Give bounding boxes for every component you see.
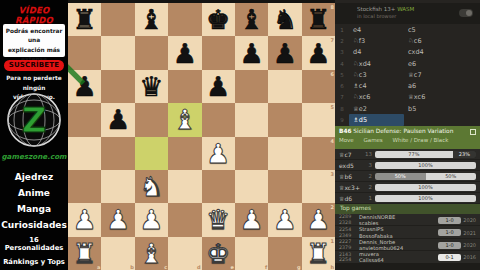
menu-item-anime: Anime <box>0 188 68 198</box>
move-number: 5 <box>335 72 349 78</box>
video-frame: VÍDEO RÁPIDO Podrás encontrar una explic… <box>0 0 480 270</box>
piece-bN-g8[interactable]: ♞ <box>268 3 301 36</box>
square-e8[interactable]: ♚ <box>202 3 235 36</box>
file-label-b: b <box>130 264 134 270</box>
menu-item-curiosidades: Curiosidades <box>0 220 68 230</box>
subscribe-button[interactable]: SUSCRÍBETE <box>4 60 64 71</box>
video-title: VÍDEO RÁPIDO <box>0 5 68 25</box>
explorer-games-count: 13 <box>362 151 375 157</box>
game-players: Dennis_Norbeanvietombu0624 <box>359 239 438 251</box>
piece-bP-b5[interactable]: ♟ <box>101 103 134 136</box>
result-bar: 100% <box>375 195 476 202</box>
col-move: Move <box>339 137 354 143</box>
explorer-games-count: 2 <box>362 184 375 190</box>
square-e2[interactable]: ♛ <box>202 203 235 236</box>
move-white[interactable]: ♕e2 <box>349 105 404 113</box>
game-players: StrasniPSBossoFabaka <box>359 226 438 238</box>
result-segment-white: 50% <box>426 173 477 180</box>
move-number: 7 <box>335 94 349 100</box>
move-row-8: 8♕e2b5 <box>335 103 480 114</box>
move-row-9: 9♗d5 <box>335 114 480 125</box>
chess-board[interactable]: ♜♝♚♝♞8♜♟♟♟7♟♟♛♟6♟♝5♟4♞3♟♟♟♛♟♟2♟a♜bc♝de♚f… <box>68 3 335 270</box>
explorer-row-♕b6[interactable]: ♕b6250%50% <box>335 171 480 182</box>
square-g8[interactable]: ♞ <box>268 3 301 36</box>
file-label-h: h <box>330 264 334 270</box>
result-bar: 100% <box>375 162 476 169</box>
move-black[interactable]: ♕c7 <box>404 71 480 79</box>
result-bar: 77%23% <box>375 151 476 158</box>
move-white[interactable]: ♘xd4 <box>349 60 404 68</box>
rank-label-3: 3 <box>331 171 334 177</box>
rank-label-2: 2 <box>331 204 334 210</box>
square-a3[interactable] <box>68 170 101 203</box>
move-number: 8 <box>335 106 349 112</box>
piece-wP-c2[interactable]: ♟ <box>135 203 168 236</box>
file-label-a: a <box>97 264 100 270</box>
move-row-2: 2♘f3♘c6 <box>335 35 480 46</box>
game-ratings: 22272379 <box>335 239 359 251</box>
game-year: 2020 <box>461 242 480 248</box>
menu-item-ajedrez: Ajedrez <box>0 172 68 182</box>
move-row-6: 6♗c4a6 <box>335 80 480 91</box>
col-wdb: White / Draw / Black <box>393 137 449 143</box>
square-c4[interactable] <box>135 137 168 170</box>
explorer-games-count: 1 <box>362 195 375 201</box>
square-d7[interactable]: ♟ <box>168 36 201 69</box>
square-h8[interactable]: 8♜ <box>302 3 335 36</box>
move-row-4: 4♘xd4e6 <box>335 58 480 69</box>
channel-note-line: Podrás encontrar una <box>3 27 65 46</box>
square-c6[interactable]: ♛ <box>135 70 168 103</box>
logo-letter-z: Z <box>22 100 47 140</box>
piece-bP-a6[interactable]: ♟ <box>68 70 101 103</box>
rank-label-1: 1 <box>331 238 334 244</box>
panel-bottom-strip <box>335 263 480 270</box>
square-a4[interactable] <box>68 137 101 170</box>
piece-bP-e6[interactable]: ♟ <box>202 70 235 103</box>
piece-bQ-c6[interactable]: ♛ <box>135 70 168 103</box>
square-c5[interactable] <box>135 103 168 136</box>
square-e1[interactable]: e♚ <box>202 237 235 270</box>
game-ratings: 21432254 <box>335 252 359 264</box>
square-g2[interactable]: ♟ <box>268 203 301 236</box>
channel-note: Podrás encontrar una explicación más ext… <box>3 24 65 57</box>
result-segment-white: 100% <box>375 195 476 202</box>
col-games: Games <box>364 137 383 143</box>
explorer-row-♕c7[interactable]: ♕c71377%23% <box>335 149 480 160</box>
move-row-3: 3d4cxd4 <box>335 47 480 58</box>
move-number: 3 <box>335 49 349 55</box>
engine-toggle[interactable] <box>459 9 473 17</box>
move-row-5: 5♘c3♕c7 <box>335 69 480 80</box>
file-label-f: f <box>265 264 267 270</box>
opening-bar: B46 Sicilian Defense: Paulsen Variation … <box>335 126 480 149</box>
explorer-row-♕d6[interactable]: ♕d61100% <box>335 193 480 204</box>
square-d5[interactable]: ♝ <box>168 103 201 136</box>
piece-wP-a2[interactable]: ♟ <box>68 203 101 236</box>
rank-label-6: 6 <box>331 71 334 77</box>
result-bar: 50%50% <box>375 173 476 180</box>
move-number: 4 <box>335 61 349 67</box>
file-label-g: g <box>297 264 301 270</box>
explorer-move: ♕xc3+ <box>335 184 362 191</box>
piece-bK-e8[interactable]: ♚ <box>202 3 235 36</box>
square-f3[interactable] <box>235 170 268 203</box>
move-white[interactable]: ♗c4 <box>349 82 404 90</box>
piece-bR-a8[interactable]: ♜ <box>68 3 101 36</box>
file-label-c: c <box>164 264 167 270</box>
move-white[interactable]: e4 <box>349 26 404 34</box>
square-g6[interactable] <box>268 70 301 103</box>
square-g5[interactable] <box>268 103 301 136</box>
rank-label-5: 5 <box>331 104 334 110</box>
game-year: 2016 <box>461 254 480 260</box>
game-result-badge: 0-1 <box>438 254 461 261</box>
explorer-games-count: 2 <box>362 173 375 179</box>
square-b1[interactable]: b <box>101 237 134 270</box>
piece-wP-g2[interactable]: ♟ <box>268 203 301 236</box>
move-row-1: 1e4c5 <box>335 24 480 35</box>
square-f1[interactable]: f <box>235 237 268 270</box>
menu-item: Ránkings y Tops <box>0 258 68 266</box>
square-a6[interactable]: ♟ <box>68 70 101 103</box>
analysis-panel: Stockfish 13+ WASM in local browser 1e4c… <box>335 0 480 270</box>
opening-title: Sicilian Defense: Paulsen Variation <box>353 128 453 134</box>
move-white[interactable]: ♗d5 <box>349 114 404 125</box>
move-black[interactable]: ♕xc6 <box>404 93 480 101</box>
top-game-row[interactable]: 21432254muveraCalissa640-12016 <box>335 251 480 263</box>
subscribe-subtext-line: Para no perderte ningún <box>0 74 68 93</box>
channel-topics-menu: AjedrezAnimeMangaCuriosidades16 Personal… <box>0 166 68 266</box>
square-f2[interactable]: ♟ <box>235 203 268 236</box>
rank-label-4: 4 <box>331 138 334 144</box>
explorer-columns: Move Games White / Draw / Black <box>339 137 476 143</box>
rank-label-7: 7 <box>331 37 334 43</box>
square-b4[interactable] <box>101 137 134 170</box>
square-d2[interactable] <box>168 203 201 236</box>
opening-name: B46 Sicilian Defense: Paulsen Variation <box>339 128 476 134</box>
explorer-games-count: 3 <box>362 162 375 168</box>
explorer-move: ♕b6 <box>335 173 362 180</box>
square-b5[interactable]: ♟ <box>101 103 134 136</box>
file-label-d: d <box>197 264 201 270</box>
engine-name-text: Stockfish 13+ <box>357 6 397 12</box>
move-white[interactable]: ♘f3 <box>349 37 404 45</box>
square-b6[interactable] <box>101 70 134 103</box>
square-e6[interactable]: ♟ <box>202 70 235 103</box>
channel-logo-globe: Z <box>6 92 62 148</box>
channel-url: gameszone.com <box>0 152 68 161</box>
game-result-badge: 1-0 <box>438 217 461 224</box>
square-c3[interactable]: ♞ <box>135 170 168 203</box>
move-row-7: 7♘xc6♕xc6 <box>335 92 480 103</box>
menu-item-manga: Manga <box>0 204 68 214</box>
square-b3[interactable] <box>101 170 134 203</box>
top-games-header: Top games <box>335 204 480 214</box>
explorer-move: ♕c7 <box>335 151 362 158</box>
square-f8[interactable]: ♝ <box>235 3 268 36</box>
move-number: 2 <box>335 38 349 44</box>
game-players: DennisNORBEscabies <box>359 214 438 226</box>
piece-wP-b2[interactable]: ♟ <box>101 203 134 236</box>
move-black[interactable]: e6 <box>404 60 480 68</box>
explorer-settings-icon[interactable] <box>470 129 476 135</box>
engine-name-wasm: WASM <box>397 6 414 12</box>
move-number: 1 <box>335 27 349 33</box>
result-segment-white: 100% <box>375 184 476 191</box>
game-ratings: 22542349 <box>335 227 359 239</box>
piece-bB-f8[interactable]: ♝ <box>235 3 268 36</box>
square-b7[interactable] <box>101 36 134 69</box>
move-number: 6 <box>335 83 349 89</box>
video-overlay-sidebar: VÍDEO RÁPIDO Podrás encontrar una explic… <box>0 0 68 270</box>
square-d6[interactable] <box>168 70 201 103</box>
square-e7[interactable] <box>202 36 235 69</box>
result-segment-white: 77% <box>375 151 453 158</box>
square-e3[interactable] <box>202 170 235 203</box>
result-segment-white: 100% <box>375 162 476 169</box>
square-g3[interactable] <box>268 170 301 203</box>
opening-code: B46 <box>339 128 352 134</box>
square-d3[interactable] <box>168 170 201 203</box>
square-g4[interactable] <box>268 137 301 170</box>
rank-label-8: 8 <box>331 4 334 10</box>
explorer-row-♕xc3+[interactable]: ♕xc3+2100% <box>335 182 480 193</box>
result-bar: 100% <box>375 184 476 191</box>
move-white[interactable]: d4 <box>349 48 404 56</box>
move-black[interactable]: cxd4 <box>404 48 480 56</box>
game-ratings: 22892328 <box>335 214 359 226</box>
explorer-move-rows: ♕c71377%23%exd53100%♕b6250%50%♕xc3+2100%… <box>335 149 480 204</box>
piece-wP-f2[interactable]: ♟ <box>235 203 268 236</box>
move-white[interactable]: ♘c3 <box>349 71 404 79</box>
piece-bP-f7[interactable]: ♟ <box>235 36 268 69</box>
square-e5[interactable] <box>202 103 235 136</box>
top-game-row[interactable]: 22272379Dennis_Norbeanvietombu06241-0202… <box>335 239 480 251</box>
top-game-row[interactable]: 22892328DennisNORBEscabies1-02020 <box>335 214 480 226</box>
piece-wQ-e2[interactable]: ♛ <box>202 203 235 236</box>
square-h2[interactable]: 2♟ <box>302 203 335 236</box>
square-e4[interactable]: ♟ <box>202 137 235 170</box>
result-segment-draw: 50% <box>375 173 426 180</box>
move-black[interactable]: b5 <box>404 105 480 113</box>
square-a7[interactable] <box>68 36 101 69</box>
game-year: 2020 <box>461 217 480 223</box>
square-f4[interactable] <box>235 137 268 170</box>
square-c7[interactable] <box>135 36 168 69</box>
square-h5[interactable]: 5 <box>302 103 335 136</box>
square-b2[interactable]: ♟ <box>101 203 134 236</box>
square-c8[interactable]: ♝ <box>135 3 168 36</box>
move-black[interactable]: a6 <box>404 82 480 90</box>
piece-bP-g7[interactable]: ♟ <box>268 36 301 69</box>
square-h1[interactable]: h1♜ <box>302 237 335 270</box>
top-games-list: 22892328DennisNORBEscabies1-020202254234… <box>335 214 480 264</box>
square-h3[interactable]: 3 <box>302 170 335 203</box>
square-f6[interactable] <box>235 70 268 103</box>
square-d4[interactable] <box>168 137 201 170</box>
square-h6[interactable]: 6 <box>302 70 335 103</box>
explorer-move: exd5 <box>335 162 362 169</box>
piece-wB-d5[interactable]: ♝ <box>168 103 201 136</box>
result-segment-black: 23% <box>453 151 476 158</box>
square-a5[interactable] <box>68 103 101 136</box>
square-c1[interactable]: c♝ <box>135 237 168 270</box>
explorer-move: ♕d6 <box>335 195 362 202</box>
square-h7[interactable]: 7♟ <box>302 36 335 69</box>
square-d1[interactable]: d <box>168 237 201 270</box>
game-year: 2021 <box>461 230 480 236</box>
explorer-row-exd5[interactable]: exd53100% <box>335 160 480 171</box>
move-black[interactable]: c5 <box>404 26 480 34</box>
game-players: muveraCalissa64 <box>359 251 438 263</box>
square-h4[interactable]: 4 <box>302 137 335 170</box>
piece-bP-d7[interactable]: ♟ <box>168 36 201 69</box>
piece-bB-c8[interactable]: ♝ <box>135 3 168 36</box>
piece-wB-c1[interactable]: ♝ <box>135 237 168 270</box>
square-g7[interactable]: ♟ <box>268 36 301 69</box>
square-a1[interactable]: a♜ <box>68 237 101 270</box>
square-c2[interactable]: ♟ <box>135 203 168 236</box>
move-list: 1e4c52♘f3♘c63d4cxd44♘xd4e65♘c3♕c76♗c4a67… <box>335 24 480 126</box>
top-game-row[interactable]: 22542349StrasniPSBossoFabaka1-02021 <box>335 226 480 238</box>
square-f7[interactable]: ♟ <box>235 36 268 69</box>
square-a8[interactable]: ♜ <box>68 3 101 36</box>
engine-toggle-knob <box>466 10 472 16</box>
move-number: 9 <box>335 117 349 123</box>
file-label-e: e <box>230 264 233 270</box>
move-white[interactable]: ♘xc6 <box>349 93 404 101</box>
game-result-badge: 1-0 <box>438 242 461 249</box>
menu-item: 16 Personalidades <box>0 236 68 252</box>
square-b8[interactable] <box>101 3 134 36</box>
square-f5[interactable] <box>235 103 268 136</box>
game-result-badge: 1-0 <box>438 229 461 236</box>
square-a2[interactable]: ♟ <box>68 203 101 236</box>
piece-wN-c3[interactable]: ♞ <box>135 170 168 203</box>
piece-wP-e4[interactable]: ♟ <box>202 137 235 170</box>
square-g1[interactable]: g <box>268 237 301 270</box>
move-black[interactable]: ♘c6 <box>404 37 480 45</box>
square-d8[interactable] <box>168 3 201 36</box>
engine-box: Stockfish 13+ WASM in local browser <box>335 3 480 24</box>
